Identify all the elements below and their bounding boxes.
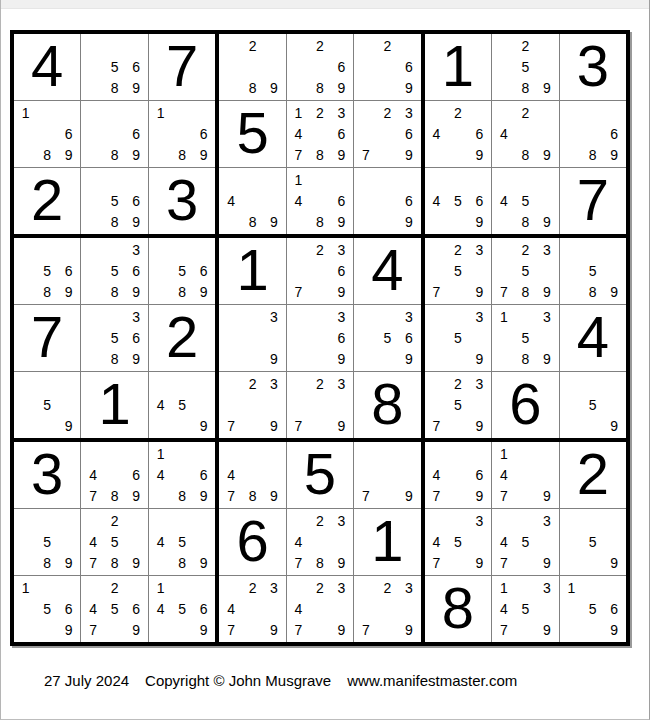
candidate-digit — [125, 577, 146, 598]
candidate-digit — [377, 169, 398, 190]
cell-r6c1[interactable]: 59 — [14, 372, 80, 438]
candidates-grid: 1569 — [561, 577, 625, 641]
candidate-digit — [104, 35, 125, 56]
candidate-digit: 6 — [331, 56, 352, 77]
candidate-digit: 7 — [426, 416, 447, 437]
candidate-digit: 8 — [36, 282, 57, 303]
candidate-digit: 9 — [58, 282, 79, 303]
cell-r1c3[interactable]: 7 — [149, 34, 215, 100]
cell-r7c4[interactable]: 4789 — [219, 442, 285, 508]
candidate-digit: 6 — [193, 598, 214, 619]
cell-r4c6[interactable]: 4 — [354, 238, 420, 304]
candidate-digit — [604, 394, 625, 415]
candidate-digit — [515, 486, 536, 507]
candidate-digit — [171, 123, 192, 144]
cell-r1c2[interactable]: 5689 — [81, 34, 147, 100]
candidate-digit: 7 — [288, 553, 309, 574]
cell-r1c7[interactable]: 1 — [425, 34, 491, 100]
candidate-digit — [536, 327, 557, 348]
candidate-digit: 1 — [493, 577, 514, 598]
candidate-digit: 8 — [171, 486, 192, 507]
candidate-digit: 4 — [150, 464, 171, 485]
candidate-digit — [561, 260, 582, 281]
candidate-digit — [561, 553, 582, 574]
candidate-digit — [125, 169, 146, 190]
candidate-digit — [515, 169, 536, 190]
candidate-digit: 1 — [150, 102, 171, 123]
candidate-digit — [288, 577, 309, 598]
candidate-digit: 9 — [536, 282, 557, 303]
candidate-digit — [309, 349, 330, 370]
candidates-grid: 35689 — [82, 239, 146, 303]
candidate-digit — [220, 373, 241, 394]
candidate-digit — [582, 553, 603, 574]
cell-r6c9[interactable]: 59 — [560, 372, 626, 438]
cell-r7c5[interactable]: 5 — [287, 442, 353, 508]
placed-digit: 6 — [509, 375, 541, 433]
candidates-grid: 2689 — [288, 35, 352, 99]
candidate-digit: 9 — [331, 553, 352, 574]
candidate-digit — [263, 190, 284, 211]
candidate-digit — [125, 531, 146, 552]
cell-r8c5[interactable]: 234789 — [287, 509, 353, 575]
candidate-digit — [604, 260, 625, 281]
candidate-digit — [331, 169, 352, 190]
candidate-digit: 4 — [220, 464, 241, 485]
cell-r5c5[interactable]: 369 — [287, 305, 353, 371]
candidate-digit — [309, 282, 330, 303]
candidate-digit: 5 — [515, 56, 536, 77]
placed-digit: 1 — [371, 512, 403, 570]
candidate-digit — [263, 394, 284, 415]
candidate-digit — [288, 78, 309, 99]
candidate-digit — [36, 510, 57, 531]
cell-r6c8[interactable]: 6 — [492, 372, 558, 438]
candidate-digit — [355, 306, 376, 327]
cell-r7c2[interactable]: 46789 — [81, 442, 147, 508]
candidate-digit: 5 — [582, 598, 603, 619]
candidate-digit — [36, 416, 57, 437]
candidate-digit: 5 — [515, 327, 536, 348]
candidate-digit — [355, 190, 376, 211]
candidate-digit: 9 — [398, 620, 419, 641]
candidate-digit — [536, 443, 557, 464]
cell-r9c4[interactable]: 23479 — [219, 576, 285, 642]
candidate-digit — [447, 416, 468, 437]
candidate-digit: 5 — [171, 260, 192, 281]
candidate-digit: 6 — [125, 260, 146, 281]
candidate-digit — [288, 35, 309, 56]
candidate-digit — [309, 531, 330, 552]
cell-r8c9[interactable]: 59 — [560, 509, 626, 575]
candidates-grid: 589 — [561, 239, 625, 303]
candidate-digit: 8 — [104, 486, 125, 507]
candidate-digit — [242, 190, 263, 211]
cell-r9c6[interactable]: 2379 — [354, 576, 420, 642]
cell-r7c9[interactable]: 2 — [560, 442, 626, 508]
candidate-digit — [604, 531, 625, 552]
candidate-digit: 4 — [426, 531, 447, 552]
candidate-digit — [288, 306, 309, 327]
candidate-digit — [242, 349, 263, 370]
cell-r6c3[interactable]: 459 — [149, 372, 215, 438]
candidate-digit: 9 — [536, 349, 557, 370]
candidate-digit — [447, 282, 468, 303]
candidate-digit — [36, 620, 57, 641]
cell-r2c3[interactable]: 1689 — [149, 101, 215, 167]
candidate-digit — [426, 443, 447, 464]
cell-r1c9[interactable]: 3 — [560, 34, 626, 100]
cell-r8c4[interactable]: 6 — [219, 509, 285, 575]
candidate-digit — [582, 510, 603, 531]
cell-r4c4[interactable]: 1 — [219, 238, 285, 304]
candidates-grid: 23579 — [426, 239, 490, 303]
candidate-digit: 5 — [447, 327, 468, 348]
candidates-grid: 3569 — [355, 306, 419, 370]
cell-r5c9[interactable]: 4 — [560, 305, 626, 371]
candidate-digit — [515, 123, 536, 144]
candidate-digit: 7 — [288, 145, 309, 166]
candidate-digit: 6 — [125, 464, 146, 485]
candidate-digit: 9 — [331, 145, 352, 166]
candidate-digit: 9 — [58, 416, 79, 437]
candidate-digit — [242, 464, 263, 485]
candidate-digit — [377, 123, 398, 144]
cell-r2c6[interactable]: 23679 — [354, 101, 420, 167]
candidate-digit: 9 — [469, 349, 490, 370]
candidate-digit — [493, 260, 514, 281]
candidate-digit: 9 — [604, 282, 625, 303]
cell-r5c8[interactable]: 13589 — [492, 305, 558, 371]
candidate-digit — [82, 212, 103, 233]
candidate-digit: 2 — [309, 577, 330, 598]
cell-r3c7[interactable]: 4569 — [425, 168, 491, 234]
candidate-digit — [561, 394, 582, 415]
candidate-digit — [309, 598, 330, 619]
candidate-digit: 9 — [604, 416, 625, 437]
cell-r2c9[interactable]: 689 — [560, 101, 626, 167]
candidate-digit: 8 — [309, 78, 330, 99]
cell-r3c9[interactable]: 7 — [560, 168, 626, 234]
candidate-digit: 3 — [398, 102, 419, 123]
cell-r9c2[interactable]: 245679 — [81, 576, 147, 642]
cell-r3c8[interactable]: 4589 — [492, 168, 558, 234]
placed-digit: 3 — [31, 445, 63, 503]
candidate-digit — [220, 35, 241, 56]
cell-r2c8[interactable]: 2489 — [492, 101, 558, 167]
cell-r3c4[interactable]: 489 — [219, 168, 285, 234]
candidate-digit — [82, 349, 103, 370]
candidate-digit — [193, 239, 214, 260]
cell-r8c7[interactable]: 34579 — [425, 509, 491, 575]
cell-r3c2[interactable]: 5689 — [81, 168, 147, 234]
candidate-digit — [493, 239, 514, 260]
cell-r1c8[interactable]: 2589 — [492, 34, 558, 100]
candidate-digit: 6 — [193, 464, 214, 485]
cell-r2c2[interactable]: 689 — [81, 101, 147, 167]
cell-r3c3[interactable]: 3 — [149, 168, 215, 234]
candidate-digit — [150, 553, 171, 574]
candidate-digit: 9 — [536, 78, 557, 99]
candidate-digit: 6 — [125, 56, 146, 77]
candidate-digit — [469, 394, 490, 415]
candidate-digit — [604, 510, 625, 531]
candidate-digit: 2 — [377, 577, 398, 598]
candidate-digit — [36, 373, 57, 394]
cell-r5c6[interactable]: 3569 — [354, 305, 420, 371]
placed-digit: 5 — [236, 104, 268, 162]
cell-r9c9[interactable]: 1569 — [560, 576, 626, 642]
candidate-digit: 2 — [515, 239, 536, 260]
cell-r5c3[interactable]: 2 — [149, 305, 215, 371]
cell-r4c2[interactable]: 35689 — [81, 238, 147, 304]
cell-r8c1[interactable]: 589 — [14, 509, 80, 575]
candidate-digit: 9 — [398, 349, 419, 370]
candidate-digit: 8 — [104, 349, 125, 370]
candidate-digit — [220, 327, 241, 348]
candidate-digit — [582, 239, 603, 260]
candidate-digit — [242, 416, 263, 437]
candidate-digit: 1 — [493, 443, 514, 464]
cell-r2c4[interactable]: 5 — [219, 101, 285, 167]
box-7: 346789146895892457894589156924567914569 — [12, 440, 217, 644]
candidates-grid: 4679 — [426, 443, 490, 507]
candidate-digit — [469, 443, 490, 464]
cell-r4c3[interactable]: 5689 — [149, 238, 215, 304]
cell-r7c7[interactable]: 4679 — [425, 442, 491, 508]
cell-r6c5[interactable]: 2379 — [287, 372, 353, 438]
candidates-grid: 5689 — [82, 169, 146, 233]
candidate-digit: 2 — [377, 102, 398, 123]
candidate-digit: 5 — [104, 598, 125, 619]
candidate-digit — [493, 510, 514, 531]
candidates-grid: 59 — [561, 510, 625, 574]
candidate-digit — [171, 620, 192, 641]
candidate-digit — [515, 553, 536, 574]
cell-r8c8[interactable]: 34579 — [492, 509, 558, 575]
candidate-digit: 3 — [263, 306, 284, 327]
candidate-digit: 8 — [515, 145, 536, 166]
candidate-digit — [82, 239, 103, 260]
candidate-digit — [171, 239, 192, 260]
candidate-digit: 5 — [171, 531, 192, 552]
candidate-digit — [582, 123, 603, 144]
candidate-digit: 8 — [171, 553, 192, 574]
candidate-digit — [171, 510, 192, 531]
candidate-digit — [220, 78, 241, 99]
cell-r4c9[interactable]: 589 — [560, 238, 626, 304]
candidate-digit — [447, 306, 468, 327]
candidate-digit — [561, 102, 582, 123]
candidate-digit: 9 — [469, 486, 490, 507]
cell-r4c1[interactable]: 5689 — [14, 238, 80, 304]
candidate-digit: 4 — [288, 598, 309, 619]
candidate-digit — [398, 598, 419, 619]
candidate-digit — [426, 145, 447, 166]
candidate-digit — [426, 327, 447, 348]
candidate-digit: 3 — [398, 577, 419, 598]
candidate-digit — [377, 145, 398, 166]
cell-r6c7[interactable]: 23579 — [425, 372, 491, 438]
candidate-digit — [36, 123, 57, 144]
cell-r1c6[interactable]: 269 — [354, 34, 420, 100]
cell-r9c1[interactable]: 1569 — [14, 576, 80, 642]
cell-r9c3[interactable]: 14569 — [149, 576, 215, 642]
candidate-digit — [309, 190, 330, 211]
candidate-digit — [82, 306, 103, 327]
candidate-digit — [171, 102, 192, 123]
candidate-digit — [493, 102, 514, 123]
candidates-grid: 46789 — [82, 443, 146, 507]
cell-r8c2[interactable]: 245789 — [81, 509, 147, 575]
candidate-digit: 9 — [193, 620, 214, 641]
box-8: 47895796234789123479234792379 — [217, 440, 422, 644]
cell-r5c1[interactable]: 7 — [14, 305, 80, 371]
cell-r4c8[interactable]: 235789 — [492, 238, 558, 304]
candidate-digit — [582, 416, 603, 437]
candidate-digit — [242, 56, 263, 77]
candidate-digit — [15, 260, 36, 281]
candidate-digit: 3 — [469, 239, 490, 260]
candidates-grid: 689 — [561, 102, 625, 166]
candidate-digit — [82, 577, 103, 598]
candidate-digit: 9 — [125, 620, 146, 641]
placed-digit: 7 — [31, 308, 63, 366]
candidate-digit: 5 — [171, 598, 192, 619]
cell-r8c3[interactable]: 4589 — [149, 509, 215, 575]
candidate-digit: 3 — [469, 306, 490, 327]
candidate-digit: 6 — [125, 190, 146, 211]
candidate-digit — [242, 620, 263, 641]
candidate-digit — [355, 577, 376, 598]
candidate-digit: 8 — [104, 78, 125, 99]
candidates-grid: 12346789 — [288, 102, 352, 166]
candidate-digit — [582, 102, 603, 123]
candidates-grid: 14689 — [150, 443, 214, 507]
cell-r7c3[interactable]: 14689 — [149, 442, 215, 508]
cell-r7c6[interactable]: 79 — [354, 442, 420, 508]
candidate-digit — [447, 443, 468, 464]
cell-r8c6[interactable]: 1 — [354, 509, 420, 575]
candidate-digit: 2 — [104, 510, 125, 531]
cell-r9c7[interactable]: 8 — [425, 576, 491, 642]
candidates-grid: 2469 — [426, 102, 490, 166]
candidates-grid: 1689 — [15, 102, 79, 166]
candidate-digit — [515, 620, 536, 641]
candidate-digit: 2 — [309, 35, 330, 56]
candidates-grid: 289 — [220, 35, 284, 99]
candidate-digit: 7 — [355, 145, 376, 166]
cell-r9c8[interactable]: 134579 — [492, 576, 558, 642]
cell-r6c6[interactable]: 8 — [354, 372, 420, 438]
candidate-digit — [263, 327, 284, 348]
candidate-digit — [193, 510, 214, 531]
candidate-digit: 3 — [536, 510, 557, 531]
candidate-digit: 3 — [263, 577, 284, 598]
candidate-digit — [536, 598, 557, 619]
cell-r7c8[interactable]: 1479 — [492, 442, 558, 508]
cell-r1c1[interactable]: 4 — [14, 34, 80, 100]
candidate-digit — [426, 510, 447, 531]
candidate-digit: 9 — [331, 78, 352, 99]
cell-r6c4[interactable]: 2379 — [219, 372, 285, 438]
candidate-digit: 6 — [58, 123, 79, 144]
candidates-grid: 13589 — [493, 306, 557, 370]
cell-r2c7[interactable]: 2469 — [425, 101, 491, 167]
candidate-digit: 6 — [604, 598, 625, 619]
candidate-digit — [355, 349, 376, 370]
cell-r1c4[interactable]: 289 — [219, 34, 285, 100]
candidate-digit — [15, 282, 36, 303]
candidate-digit: 9 — [398, 78, 419, 99]
candidate-digit: 4 — [426, 123, 447, 144]
candidate-digit — [561, 239, 582, 260]
candidate-digit — [15, 620, 36, 641]
cell-r2c1[interactable]: 1689 — [14, 101, 80, 167]
candidate-digit — [355, 443, 376, 464]
candidate-digit: 9 — [604, 553, 625, 574]
candidate-digit — [469, 327, 490, 348]
placed-digit: 2 — [577, 445, 609, 503]
candidate-digit: 9 — [398, 486, 419, 507]
candidate-digit — [515, 443, 536, 464]
cell-r4c5[interactable]: 23679 — [287, 238, 353, 304]
candidate-digit — [536, 260, 557, 281]
candidate-digit: 9 — [263, 212, 284, 233]
candidate-digit — [288, 394, 309, 415]
candidate-digit — [288, 349, 309, 370]
candidate-digit — [469, 531, 490, 552]
box-1: 45689716896891689256893 — [12, 32, 217, 236]
candidate-digit: 5 — [36, 598, 57, 619]
candidate-digit — [515, 464, 536, 485]
cell-r2c5[interactable]: 12346789 — [287, 101, 353, 167]
cell-r5c2[interactable]: 35689 — [81, 305, 147, 371]
candidate-digit: 6 — [125, 598, 146, 619]
candidate-digit — [15, 416, 36, 437]
candidate-digit — [493, 35, 514, 56]
candidate-digit — [82, 443, 103, 464]
candidate-digit — [561, 510, 582, 531]
candidate-digit — [220, 577, 241, 598]
candidates-grid: 2379 — [220, 373, 284, 437]
cell-r1c5[interactable]: 2689 — [287, 34, 353, 100]
candidate-digit — [536, 102, 557, 123]
candidate-digit: 6 — [469, 464, 490, 485]
candidate-digit: 4 — [150, 394, 171, 415]
candidate-digit: 3 — [536, 577, 557, 598]
cell-r5c7[interactable]: 359 — [425, 305, 491, 371]
candidate-digit: 4 — [288, 531, 309, 552]
candidate-digit — [220, 394, 241, 415]
cell-r5c4[interactable]: 39 — [219, 305, 285, 371]
candidate-digit — [493, 212, 514, 233]
cell-r4c7[interactable]: 23579 — [425, 238, 491, 304]
candidate-digit — [377, 78, 398, 99]
cell-r3c1[interactable]: 2 — [14, 168, 80, 234]
candidate-digit — [82, 78, 103, 99]
candidate-digit: 9 — [125, 78, 146, 99]
cell-r6c2[interactable]: 1 — [81, 372, 147, 438]
candidate-digit — [515, 577, 536, 598]
cell-r9c5[interactable]: 23479 — [287, 576, 353, 642]
candidates-grid: 5689 — [15, 239, 79, 303]
candidate-digit — [377, 486, 398, 507]
candidate-digit: 5 — [104, 531, 125, 552]
cell-r3c5[interactable]: 14689 — [287, 168, 353, 234]
cell-r7c1[interactable]: 3 — [14, 442, 80, 508]
cell-r3c6[interactable]: 69 — [354, 168, 420, 234]
